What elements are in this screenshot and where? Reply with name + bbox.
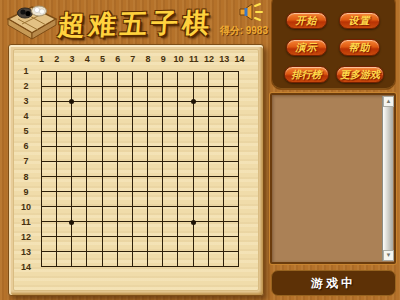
board-cell[interactable] — [118, 72, 133, 87]
board-row-label: 4 — [15, 111, 37, 122]
board-cell[interactable] — [72, 117, 87, 132]
board-cell[interactable] — [224, 177, 239, 192]
board-cell[interactable] — [148, 162, 163, 177]
board-row-label: 6 — [15, 141, 37, 152]
board-row-label: 10 — [15, 202, 37, 213]
board-cell[interactable] — [72, 162, 87, 177]
board-cell[interactable] — [209, 72, 224, 87]
board-cell[interactable] — [103, 162, 118, 177]
board-cell[interactable] — [87, 222, 102, 237]
board-column-label: 9 — [156, 53, 170, 65]
board-cell[interactable] — [103, 222, 118, 237]
board-column-label: 6 — [111, 53, 125, 65]
board-cell[interactable] — [118, 87, 133, 102]
board-cell[interactable] — [148, 252, 163, 267]
board-column-label: 12 — [202, 53, 216, 65]
scroll-up-icon[interactable]: ▲ — [383, 96, 394, 107]
board-cell[interactable] — [72, 177, 87, 192]
board-cell[interactable] — [163, 222, 178, 237]
board-cell[interactable] — [103, 237, 118, 252]
board-cell[interactable] — [87, 117, 102, 132]
board-cell[interactable] — [148, 237, 163, 252]
board-column-label: 8 — [141, 53, 155, 65]
board-cell[interactable] — [118, 102, 133, 117]
board-cell[interactable] — [224, 222, 239, 237]
board-cell[interactable] — [178, 132, 193, 147]
board-cell[interactable] — [163, 207, 178, 222]
board-row-label: 7 — [15, 156, 37, 167]
board-cell[interactable] — [118, 132, 133, 147]
board-cell[interactable] — [103, 147, 118, 162]
board-cell[interactable] — [224, 147, 239, 162]
board-cell[interactable] — [178, 102, 193, 117]
board-cell[interactable] — [57, 237, 72, 252]
board-cell[interactable] — [133, 192, 148, 207]
board-row-label: 2 — [15, 81, 37, 92]
status-bar: 游戏中 — [271, 270, 396, 296]
board-cell[interactable] — [209, 252, 224, 267]
board-cell[interactable] — [103, 177, 118, 192]
board-column-label: 11 — [187, 53, 201, 65]
board-cell[interactable] — [194, 162, 209, 177]
board-cell[interactable] — [118, 162, 133, 177]
ranking-button[interactable]: 排行榜 — [284, 66, 329, 83]
board-cell[interactable] — [42, 207, 57, 222]
board-cell[interactable] — [72, 207, 87, 222]
board-cell[interactable] — [133, 87, 148, 102]
board-row-label: 11 — [15, 217, 37, 228]
board-cell[interactable] — [72, 252, 87, 267]
board-cell[interactable] — [194, 177, 209, 192]
board-cell[interactable] — [72, 102, 87, 117]
board-cell[interactable] — [42, 117, 57, 132]
board-cell[interactable] — [224, 207, 239, 222]
board-cell[interactable] — [118, 252, 133, 267]
board-cell[interactable] — [42, 147, 57, 162]
board-cell[interactable] — [163, 177, 178, 192]
board-cell[interactable] — [148, 147, 163, 162]
board-cell[interactable] — [87, 87, 102, 102]
settings-button[interactable]: 设置 — [339, 12, 380, 29]
board-cell[interactable] — [118, 177, 133, 192]
board-cell[interactable] — [163, 162, 178, 177]
board-cell[interactable] — [178, 177, 193, 192]
board-column-label: 13 — [217, 53, 231, 65]
board-cell[interactable] — [42, 237, 57, 252]
board-cell[interactable] — [42, 192, 57, 207]
demo-button[interactable]: 演示 — [286, 39, 327, 56]
score-value: 9983 — [246, 25, 268, 36]
board-cell[interactable] — [87, 147, 102, 162]
board-cell[interactable] — [194, 147, 209, 162]
board-cell[interactable] — [133, 237, 148, 252]
board-column-label: 7 — [126, 53, 140, 65]
board-cell[interactable] — [194, 252, 209, 267]
board-cell[interactable] — [103, 207, 118, 222]
board-cell[interactable] — [163, 132, 178, 147]
board-cell[interactable] — [72, 237, 87, 252]
board-cell[interactable] — [224, 132, 239, 147]
message-log-panel: ▲ ▼ — [270, 93, 396, 264]
board-cell[interactable] — [224, 252, 239, 267]
board-cell[interactable] — [148, 177, 163, 192]
board-cell[interactable] — [103, 72, 118, 87]
board-cell[interactable] — [178, 192, 193, 207]
board-row-label: 14 — [15, 262, 37, 273]
board-cell[interactable] — [133, 162, 148, 177]
board-cell[interactable] — [57, 102, 72, 117]
board-cell[interactable] — [42, 252, 57, 267]
board-column-label: 5 — [95, 53, 109, 65]
board-cell[interactable] — [87, 237, 102, 252]
board-cell[interactable] — [224, 192, 239, 207]
board-cell[interactable] — [133, 177, 148, 192]
board-cell[interactable] — [57, 132, 72, 147]
board-cell[interactable] — [57, 147, 72, 162]
log-scrollbar[interactable]: ▲ ▼ — [382, 96, 393, 261]
board-cell[interactable] — [178, 117, 193, 132]
board-cell[interactable] — [103, 102, 118, 117]
board-cell[interactable] — [118, 237, 133, 252]
board-cell[interactable] — [163, 87, 178, 102]
board-row-label: 9 — [15, 187, 37, 198]
board-cell[interactable] — [87, 132, 102, 147]
board-cell[interactable] — [72, 132, 87, 147]
board-cell[interactable] — [224, 117, 239, 132]
board-cell[interactable] — [72, 222, 87, 237]
board-cell[interactable] — [194, 132, 209, 147]
help-button[interactable]: 帮助 — [339, 39, 380, 56]
board-cell[interactable] — [224, 87, 239, 102]
board-cell[interactable] — [148, 132, 163, 147]
board-cell[interactable] — [87, 192, 102, 207]
board-cell[interactable] — [57, 72, 72, 87]
board-cell[interactable] — [57, 162, 72, 177]
board-cell[interactable] — [87, 162, 102, 177]
board-cell[interactable] — [163, 102, 178, 117]
board-cell[interactable] — [87, 102, 102, 117]
goban-logo-icon — [4, 0, 60, 44]
board-cell[interactable] — [178, 72, 193, 87]
board-cell[interactable] — [178, 147, 193, 162]
board-cell[interactable] — [133, 222, 148, 237]
board-cell[interactable] — [72, 192, 87, 207]
board-row-label: 3 — [15, 96, 37, 107]
board-cell[interactable] — [133, 117, 148, 132]
board-cell[interactable] — [42, 222, 57, 237]
board-cell[interactable] — [163, 117, 178, 132]
board-cell[interactable] — [57, 177, 72, 192]
board-cell[interactable] — [209, 102, 224, 117]
board-column-label: 1 — [35, 53, 49, 65]
board-row-label: 5 — [15, 126, 37, 137]
board-cell[interactable] — [224, 72, 239, 87]
board-cell[interactable] — [118, 222, 133, 237]
board-cell[interactable] — [42, 102, 57, 117]
board-cell[interactable] — [118, 147, 133, 162]
board-cell[interactable] — [42, 162, 57, 177]
board-cell[interactable] — [118, 117, 133, 132]
score-label: 得分: — [220, 25, 243, 36]
board-cell[interactable] — [209, 222, 224, 237]
board-row-label: 8 — [15, 172, 37, 183]
board-cell[interactable] — [178, 162, 193, 177]
board-row-label: 13 — [15, 247, 37, 258]
board-cell[interactable] — [148, 192, 163, 207]
board-cell[interactable] — [163, 252, 178, 267]
board-cell[interactable] — [148, 207, 163, 222]
board-column-label: 3 — [65, 53, 79, 65]
board-cell[interactable] — [209, 147, 224, 162]
board-cell[interactable] — [194, 72, 209, 87]
goban-board-frame: 1234567891011121314 1234567891011121314 — [8, 44, 264, 296]
board-cell[interactable] — [87, 252, 102, 267]
board-cell[interactable] — [209, 162, 224, 177]
board-cell[interactable] — [133, 147, 148, 162]
board-cell[interactable] — [163, 237, 178, 252]
board-cell[interactable] — [163, 147, 178, 162]
board-cell[interactable] — [148, 87, 163, 102]
board-cell[interactable] — [148, 117, 163, 132]
board-cell[interactable] — [224, 162, 239, 177]
board-cell[interactable] — [148, 222, 163, 237]
board-column-label: 2 — [50, 53, 64, 65]
board-row-label: 1 — [15, 66, 37, 77]
board-cell[interactable] — [194, 207, 209, 222]
board-cell[interactable] — [42, 72, 57, 87]
board-cell[interactable] — [103, 132, 118, 147]
board-cell[interactable] — [133, 72, 148, 87]
board-column-label: 10 — [172, 53, 186, 65]
speaker-icon[interactable] — [237, 1, 263, 23]
board-cell[interactable] — [103, 252, 118, 267]
board-cell[interactable] — [209, 117, 224, 132]
board-cell[interactable] — [57, 117, 72, 132]
board-cell[interactable] — [87, 72, 102, 87]
start-button[interactable]: 开始 — [286, 12, 327, 29]
board-cell[interactable] — [103, 117, 118, 132]
board-cell[interactable] — [118, 192, 133, 207]
board-cell[interactable] — [57, 192, 72, 207]
board-cell[interactable] — [163, 192, 178, 207]
board-cell[interactable] — [209, 132, 224, 147]
board-cell[interactable] — [178, 237, 193, 252]
board-cell[interactable] — [178, 252, 193, 267]
board-cell[interactable] — [42, 177, 57, 192]
score-display: 得分: 9983 — [180, 24, 268, 38]
board-row-label: 12 — [15, 232, 37, 243]
board-cell[interactable] — [224, 237, 239, 252]
board-cell[interactable] — [87, 207, 102, 222]
board-cell[interactable] — [194, 222, 209, 237]
board-cell[interactable] — [194, 102, 209, 117]
board-cell[interactable] — [118, 207, 133, 222]
board-cell[interactable] — [72, 72, 87, 87]
scroll-down-icon[interactable]: ▼ — [383, 250, 394, 261]
board-cell[interactable] — [163, 72, 178, 87]
board-cell[interactable] — [42, 132, 57, 147]
board-column-label: 4 — [80, 53, 94, 65]
board-cell[interactable] — [209, 237, 224, 252]
board-cell[interactable] — [148, 102, 163, 117]
board-cell[interactable] — [72, 147, 87, 162]
board-cell[interactable] — [209, 207, 224, 222]
board-cell[interactable] — [133, 102, 148, 117]
board-cell[interactable] — [103, 192, 118, 207]
board-cell[interactable] — [224, 102, 239, 117]
more-games-button[interactable]: 更多游戏 — [336, 66, 384, 83]
board-cell[interactable] — [103, 87, 118, 102]
board-cell[interactable] — [194, 192, 209, 207]
board-cell[interactable] — [209, 192, 224, 207]
board-cell[interactable] — [133, 132, 148, 147]
board-cell[interactable] — [57, 252, 72, 267]
board-cell[interactable] — [209, 177, 224, 192]
board-cell[interactable] — [87, 177, 102, 192]
board-cell[interactable] — [42, 87, 57, 102]
game-window: 超难五子棋 得分: 9983 1234567891011121314 12345… — [0, 0, 400, 300]
board-cell[interactable] — [209, 87, 224, 102]
board-cell[interactable] — [194, 237, 209, 252]
board-column-label: 14 — [233, 53, 247, 65]
board-cell[interactable] — [133, 252, 148, 267]
board-cell[interactable] — [148, 72, 163, 87]
board-cell[interactable] — [133, 207, 148, 222]
board-cell[interactable] — [72, 87, 87, 102]
board-cell[interactable] — [194, 117, 209, 132]
